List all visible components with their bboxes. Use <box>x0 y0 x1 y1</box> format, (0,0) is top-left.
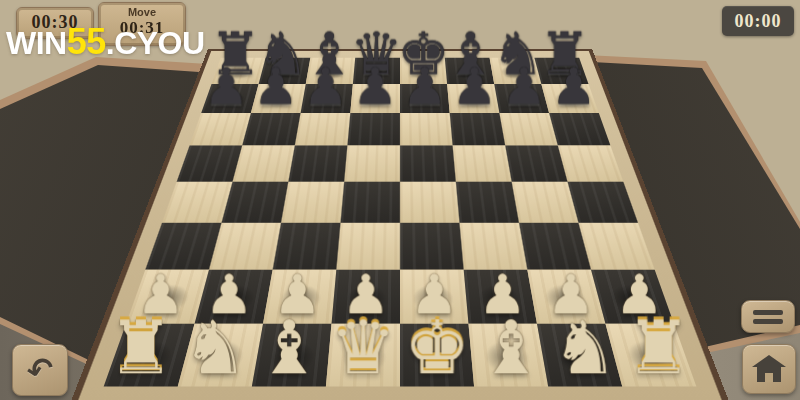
square-a5[interactable] <box>177 145 243 181</box>
piece-black-pawn-e7[interactable]: ♟ <box>402 62 448 113</box>
square-c1[interactable]: ♝ <box>252 324 332 387</box>
piece-black-pawn-h7[interactable]: ♟ <box>551 62 597 113</box>
watermark: WIN55.CYOU <box>6 21 205 63</box>
square-d1[interactable]: ♛ <box>326 324 400 387</box>
square-g5[interactable] <box>505 145 567 181</box>
game-scene: ♜♞♝♛♚♝♞♜♟♟♟♟♟♟♟♟♟♟♟♟♟♟♟♟♜♞♝♛♚♝♞♜ 00:30 M… <box>0 0 800 400</box>
piece-black-pawn-a7[interactable]: ♟ <box>203 62 249 113</box>
piece-black-pawn-g7[interactable]: ♟ <box>501 62 547 113</box>
square-f4[interactable] <box>456 182 519 223</box>
square-f6[interactable] <box>450 113 505 145</box>
piece-white-king-e1[interactable]: ♚ <box>404 311 470 385</box>
square-h5[interactable] <box>558 145 624 181</box>
square-b5[interactable] <box>233 145 295 181</box>
square-g1[interactable]: ♞ <box>537 324 622 387</box>
square-c5[interactable] <box>288 145 347 181</box>
home-icon <box>757 367 781 382</box>
piece-white-rook-h1[interactable]: ♜ <box>626 311 692 385</box>
square-c4[interactable] <box>281 182 344 223</box>
watermark-part1: WIN <box>6 25 67 61</box>
square-d4[interactable] <box>341 182 400 223</box>
square-f5[interactable] <box>453 145 512 181</box>
watermark-part3: .CYOU <box>106 25 205 61</box>
square-d6[interactable] <box>347 113 400 145</box>
square-e7[interactable]: ♟ <box>400 84 450 113</box>
square-f7[interactable]: ♟ <box>447 84 499 113</box>
piece-black-pawn-d7[interactable]: ♟ <box>352 62 398 113</box>
menu-icon <box>753 310 783 315</box>
watermark-part2: 55 <box>67 21 106 62</box>
square-h4[interactable] <box>567 182 637 223</box>
square-b1[interactable]: ♞ <box>178 324 263 387</box>
square-c6[interactable] <box>295 113 350 145</box>
square-e6[interactable] <box>400 113 453 145</box>
square-b7[interactable]: ♟ <box>251 84 306 113</box>
square-h6[interactable] <box>549 113 610 145</box>
square-b6[interactable] <box>242 113 300 145</box>
square-e5[interactable] <box>400 145 456 181</box>
square-h1[interactable]: ♜ <box>605 324 696 387</box>
piece-white-knight-g1[interactable]: ♞ <box>552 311 618 385</box>
square-d5[interactable] <box>344 145 400 181</box>
square-g7[interactable]: ♟ <box>494 84 549 113</box>
undo-button[interactable]: ↶ <box>12 344 68 396</box>
square-d7[interactable]: ♟ <box>350 84 400 113</box>
square-b4[interactable] <box>222 182 289 223</box>
piece-white-bishop-c1[interactable]: ♝ <box>256 311 322 385</box>
piece-white-bishop-f1[interactable]: ♝ <box>478 311 544 385</box>
piece-white-rook-a1[interactable]: ♜ <box>108 311 174 385</box>
square-e4[interactable] <box>400 182 459 223</box>
home-button[interactable] <box>742 344 796 394</box>
menu-button[interactable] <box>741 300 795 333</box>
move-label: Move <box>99 6 185 18</box>
square-c7[interactable]: ♟ <box>301 84 353 113</box>
square-a6[interactable] <box>190 113 251 145</box>
piece-black-pawn-b7[interactable]: ♟ <box>253 62 299 113</box>
undo-arrow-icon: ↶ <box>24 352 57 389</box>
piece-white-knight-b1[interactable]: ♞ <box>182 311 248 385</box>
piece-black-pawn-c7[interactable]: ♟ <box>303 62 349 113</box>
square-a7[interactable]: ♟ <box>201 84 258 113</box>
square-h7[interactable]: ♟ <box>541 84 598 113</box>
piece-white-queen-d1[interactable]: ♛ <box>330 311 396 385</box>
square-e1[interactable]: ♚ <box>400 324 474 387</box>
black-clock: 00:00 <box>722 6 794 36</box>
square-g6[interactable] <box>499 113 557 145</box>
square-f1[interactable]: ♝ <box>468 324 548 387</box>
piece-black-pawn-f7[interactable]: ♟ <box>452 62 498 113</box>
